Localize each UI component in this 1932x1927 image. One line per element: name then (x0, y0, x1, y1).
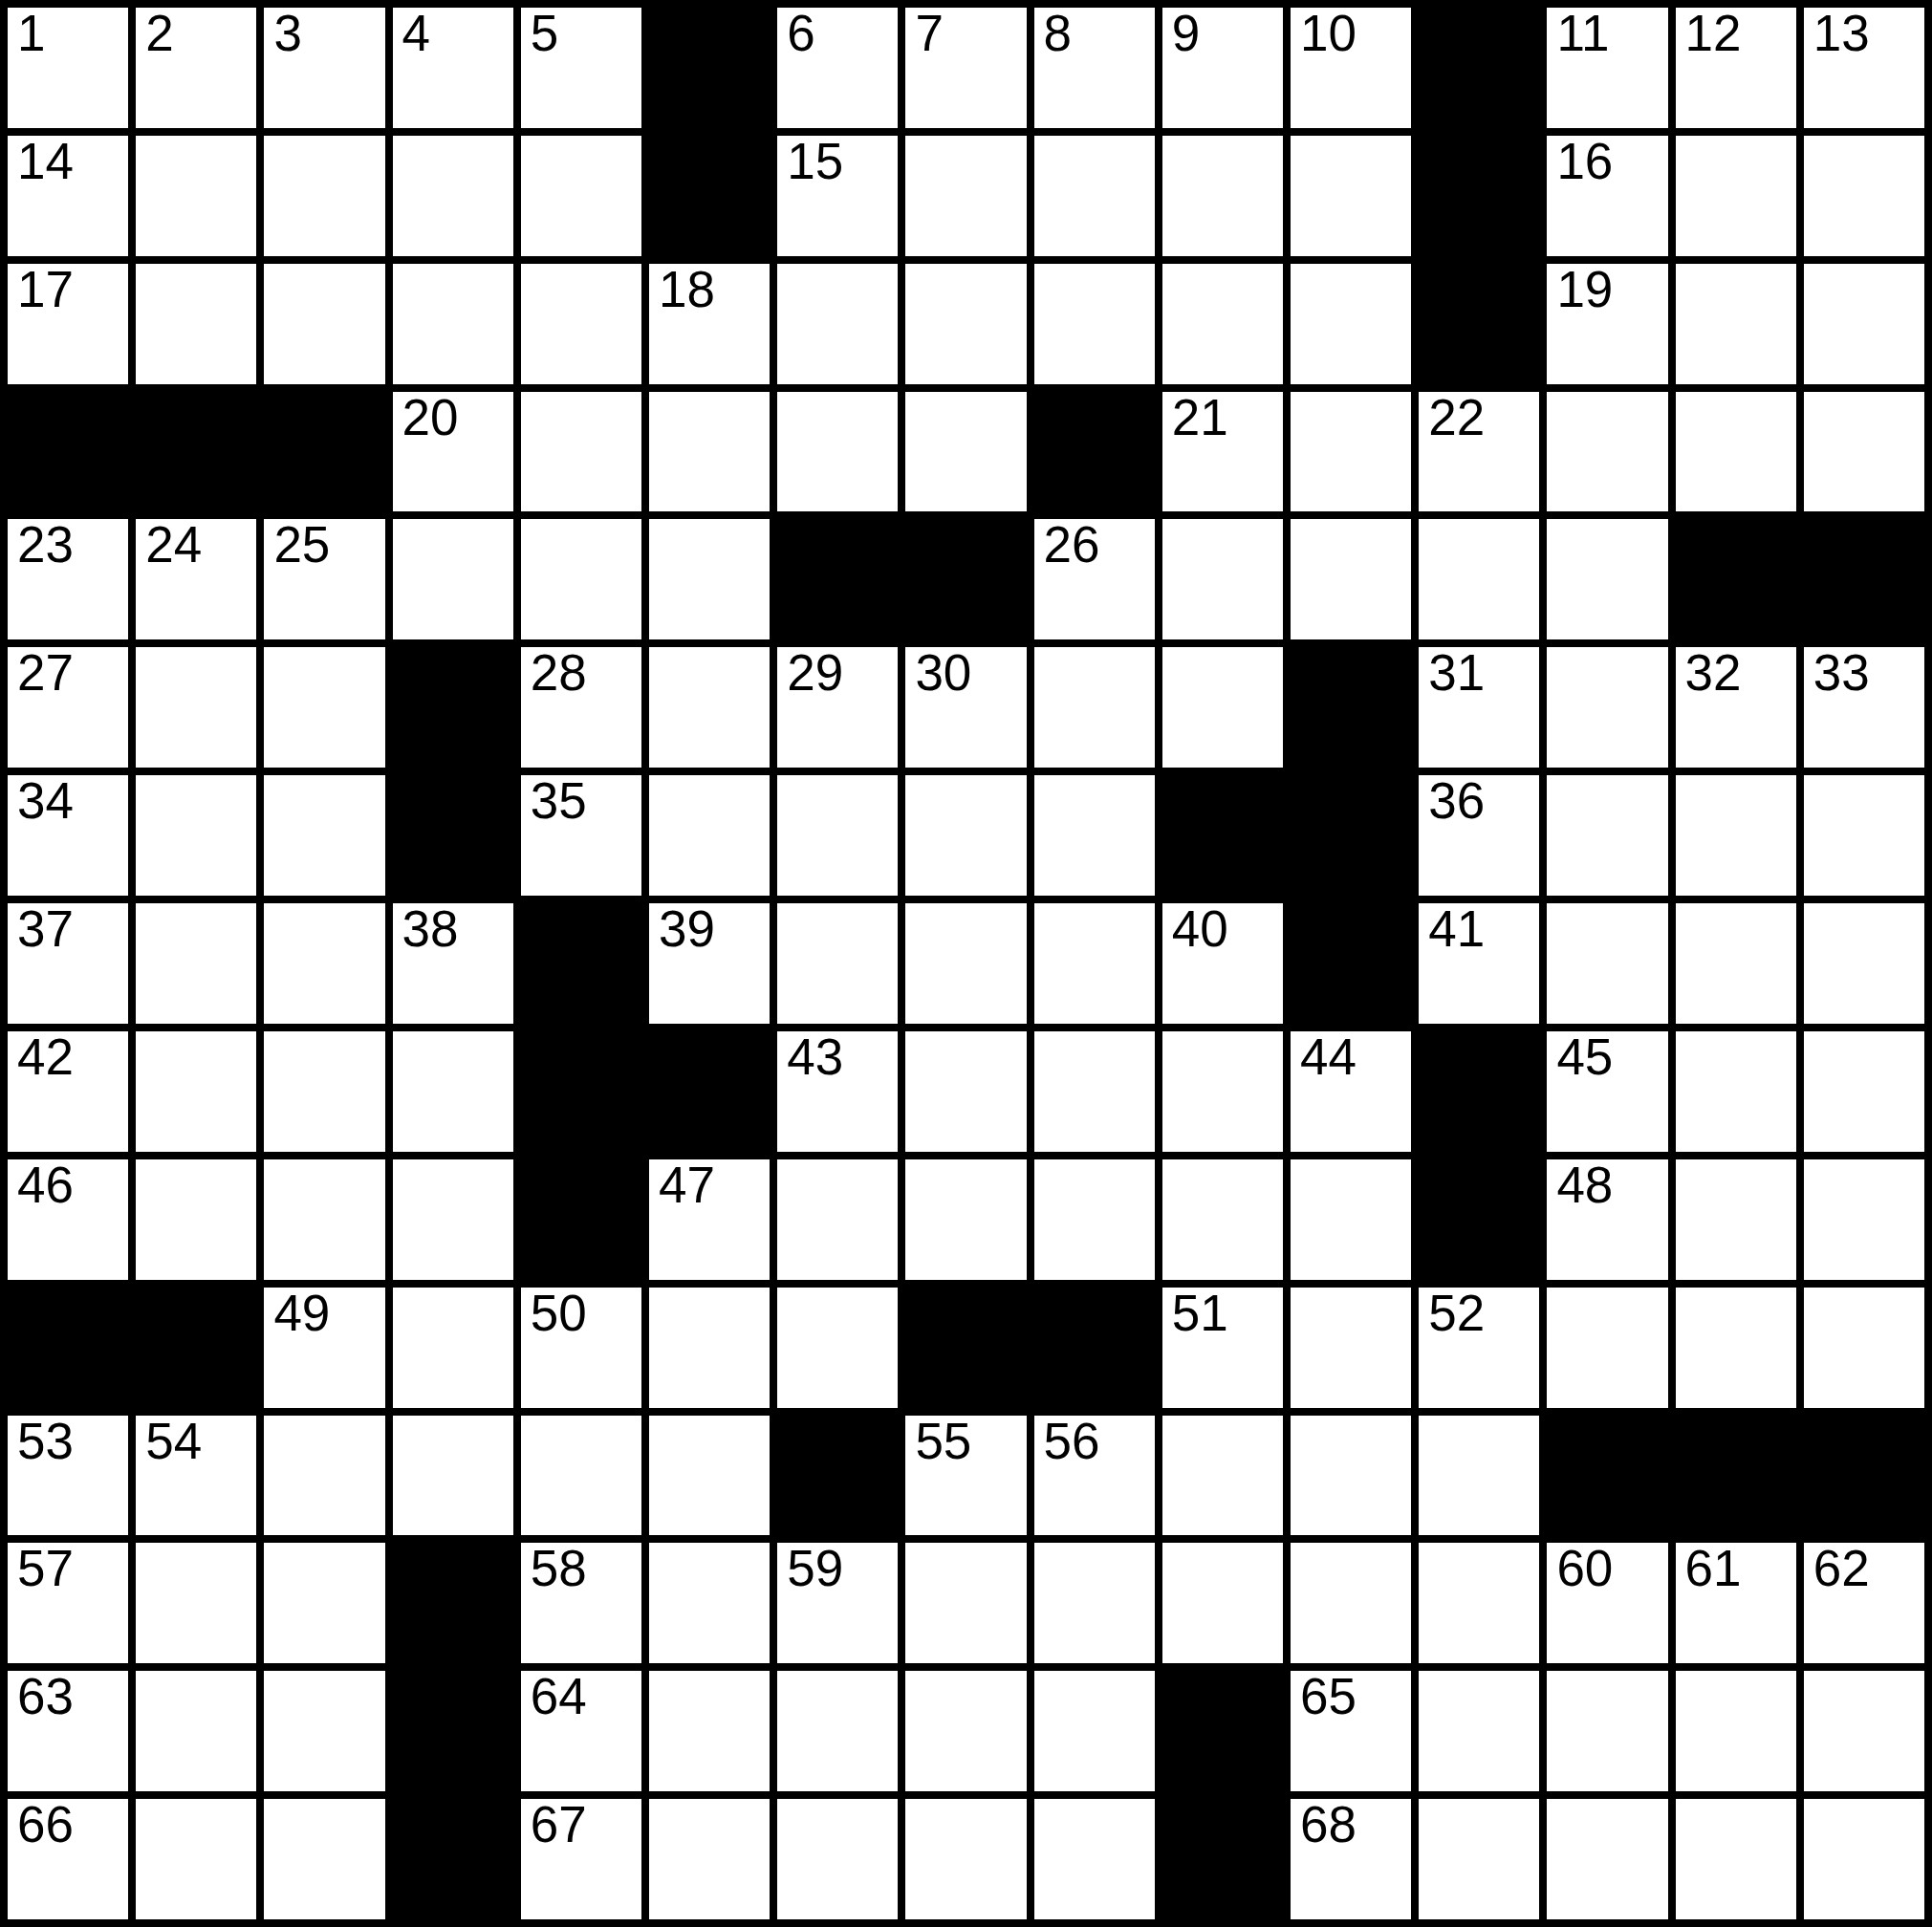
block-cell (1291, 775, 1411, 896)
letter-cell[interactable]: 42 (8, 1031, 128, 1152)
clue-number: 36 (1428, 775, 1485, 826)
letter-cell[interactable] (777, 264, 898, 384)
letter-cell[interactable] (264, 1159, 384, 1280)
letter-cell[interactable] (1547, 392, 1667, 512)
letter-cell[interactable] (905, 1031, 1026, 1152)
letter-cell[interactable]: 34 (8, 775, 128, 896)
letter-cell[interactable]: 64 (521, 1671, 641, 1791)
clue-number: 23 (17, 519, 74, 570)
block-cell (649, 1031, 770, 1152)
clue-number: 43 (787, 1031, 843, 1082)
letter-cell[interactable] (777, 1671, 898, 1791)
block-cell (1291, 647, 1411, 768)
letter-cell[interactable] (264, 647, 384, 768)
clue-number: 34 (17, 775, 74, 826)
letter-cell[interactable]: 25 (264, 519, 384, 639)
letter-cell[interactable] (1034, 1671, 1155, 1791)
letter-cell[interactable] (1162, 519, 1283, 639)
letter-cell[interactable]: 59 (777, 1543, 898, 1663)
clue-number: 59 (787, 1543, 843, 1593)
letter-cell[interactable] (1034, 775, 1155, 896)
block-cell (649, 136, 770, 256)
clue-number: 25 (273, 519, 330, 570)
clue-number: 64 (531, 1671, 587, 1721)
letter-cell[interactable] (1162, 647, 1283, 768)
block-cell (136, 392, 256, 512)
letter-cell[interactable] (393, 264, 513, 384)
letter-cell[interactable]: 7 (905, 8, 1026, 128)
letter-cell[interactable] (1547, 1288, 1667, 1408)
clue-number: 20 (402, 392, 459, 443)
clue-number: 66 (17, 1799, 74, 1850)
block-cell (1419, 264, 1539, 384)
letter-cell[interactable] (1547, 775, 1667, 896)
block-cell (905, 1288, 1026, 1408)
letter-cell[interactable]: 68 (1291, 1799, 1411, 1919)
clue-number: 37 (17, 903, 74, 954)
block-cell (393, 1543, 513, 1663)
letter-cell[interactable] (1804, 1671, 1924, 1791)
letter-cell[interactable]: 61 (1676, 1543, 1796, 1663)
block-cell (905, 519, 1026, 639)
letter-cell[interactable]: 1 (8, 8, 128, 128)
letter-cell[interactable]: 53 (8, 1416, 128, 1536)
clue-number: 10 (1300, 8, 1357, 58)
letter-cell[interactable] (393, 1416, 513, 1536)
letter-cell[interactable]: 62 (1804, 1543, 1924, 1663)
letter-cell[interactable]: 23 (8, 519, 128, 639)
clue-number: 32 (1685, 647, 1742, 698)
letter-cell[interactable] (1162, 1159, 1283, 1280)
letter-cell[interactable] (905, 1159, 1026, 1280)
letter-cell[interactable] (1291, 1416, 1411, 1536)
letter-cell[interactable] (1291, 136, 1411, 256)
letter-cell[interactable] (905, 1671, 1026, 1791)
letter-cell[interactable]: 5 (521, 8, 641, 128)
letter-cell[interactable] (521, 264, 641, 384)
clue-number: 1 (17, 8, 45, 58)
clue-number: 16 (1556, 136, 1613, 186)
letter-cell[interactable]: 2 (136, 8, 256, 128)
letter-cell[interactable] (521, 519, 641, 639)
letter-cell[interactable]: 56 (1034, 1416, 1155, 1536)
block-cell (777, 519, 898, 639)
letter-cell[interactable]: 60 (1547, 1543, 1667, 1663)
letter-cell[interactable] (1547, 1671, 1667, 1791)
letter-cell[interactable] (777, 1288, 898, 1408)
clue-number: 31 (1428, 647, 1485, 698)
letter-cell[interactable]: 20 (393, 392, 513, 512)
letter-cell[interactable] (905, 1543, 1026, 1663)
block-cell (521, 903, 641, 1024)
letter-cell[interactable] (1291, 264, 1411, 384)
letter-cell[interactable] (649, 519, 770, 639)
clue-number: 67 (531, 1799, 587, 1850)
block-cell (8, 1288, 128, 1408)
letter-cell[interactable] (1162, 136, 1283, 256)
letter-cell[interactable]: 49 (264, 1288, 384, 1408)
clue-number: 38 (402, 903, 459, 954)
letter-cell[interactable] (1676, 1799, 1796, 1919)
clue-number: 41 (1428, 903, 1485, 954)
crossword-grid: 1234567891011121314151617181920212223242… (0, 0, 1932, 1927)
clue-number: 42 (17, 1031, 74, 1082)
clue-number: 17 (17, 264, 74, 314)
letter-cell[interactable]: 10 (1291, 8, 1411, 128)
letter-cell[interactable] (136, 136, 256, 256)
letter-cell[interactable] (1162, 1416, 1283, 1536)
letter-cell[interactable] (264, 775, 384, 896)
letter-cell[interactable]: 37 (8, 903, 128, 1024)
letter-cell[interactable] (1034, 1799, 1155, 1919)
letter-cell[interactable]: 36 (1419, 775, 1539, 896)
letter-cell[interactable]: 55 (905, 1416, 1026, 1536)
letter-cell[interactable]: 27 (8, 647, 128, 768)
clue-number: 12 (1685, 8, 1742, 58)
letter-cell[interactable] (1034, 1543, 1155, 1663)
clue-number: 19 (1556, 264, 1613, 314)
block-cell (1162, 775, 1283, 896)
letter-cell[interactable]: 31 (1419, 647, 1539, 768)
block-cell (1291, 903, 1411, 1024)
block-cell (393, 647, 513, 768)
letter-cell[interactable]: 33 (1804, 647, 1924, 768)
block-cell (649, 8, 770, 128)
letter-cell[interactable] (905, 903, 1026, 1024)
letter-cell[interactable] (393, 1031, 513, 1152)
letter-cell[interactable] (905, 1799, 1026, 1919)
letter-cell[interactable] (136, 264, 256, 384)
block-cell (777, 1416, 898, 1536)
letter-cell[interactable] (905, 392, 1026, 512)
letter-cell[interactable] (777, 392, 898, 512)
clue-number: 63 (17, 1671, 74, 1721)
letter-cell[interactable] (1419, 1799, 1539, 1919)
clue-number: 27 (17, 647, 74, 698)
letter-cell[interactable] (1162, 1543, 1283, 1663)
clue-number: 68 (1300, 1799, 1357, 1850)
letter-cell[interactable]: 19 (1547, 264, 1667, 384)
letter-cell[interactable]: 52 (1419, 1288, 1539, 1408)
letter-cell[interactable]: 46 (8, 1159, 128, 1280)
letter-cell[interactable]: 28 (521, 647, 641, 768)
letter-cell[interactable] (1676, 136, 1796, 256)
clue-number: 39 (659, 903, 715, 954)
letter-cell[interactable]: 29 (777, 647, 898, 768)
clue-number: 45 (1556, 1031, 1613, 1082)
letter-cell[interactable] (136, 775, 256, 896)
clue-number: 3 (273, 8, 301, 58)
letter-cell[interactable] (649, 1288, 770, 1408)
clue-number: 55 (915, 1416, 971, 1466)
letter-cell[interactable] (1676, 1031, 1796, 1152)
block-cell (1162, 1671, 1283, 1791)
letter-cell[interactable] (1291, 392, 1411, 512)
letter-cell[interactable]: 45 (1547, 1031, 1667, 1152)
letter-cell[interactable] (649, 1543, 770, 1663)
letter-cell[interactable] (1419, 1543, 1539, 1663)
letter-cell[interactable] (1034, 264, 1155, 384)
letter-cell[interactable]: 67 (521, 1799, 641, 1919)
letter-cell[interactable] (1291, 1543, 1411, 1663)
block-cell (1419, 136, 1539, 256)
block-cell (136, 1288, 256, 1408)
letter-cell[interactable] (1676, 903, 1796, 1024)
letter-cell[interactable] (136, 1031, 256, 1152)
clue-number: 57 (17, 1543, 74, 1593)
letter-cell[interactable] (1034, 1159, 1155, 1280)
clue-number: 9 (1172, 8, 1200, 58)
block-cell (1676, 1416, 1796, 1536)
letter-cell[interactable] (521, 1416, 641, 1536)
letter-cell[interactable] (1034, 1031, 1155, 1152)
letter-cell[interactable]: 12 (1676, 8, 1796, 128)
letter-cell[interactable] (1804, 1031, 1924, 1152)
letter-cell[interactable]: 41 (1419, 903, 1539, 1024)
letter-cell[interactable]: 9 (1162, 8, 1283, 128)
letter-cell[interactable] (1034, 136, 1155, 256)
letter-cell[interactable]: 58 (521, 1543, 641, 1663)
letter-cell[interactable]: 8 (1034, 8, 1155, 128)
letter-cell[interactable] (1162, 264, 1283, 384)
letter-cell[interactable] (264, 1031, 384, 1152)
clue-number: 51 (1172, 1288, 1228, 1338)
letter-cell[interactable] (1676, 775, 1796, 896)
letter-cell[interactable]: 54 (136, 1416, 256, 1536)
letter-cell[interactable]: 22 (1419, 392, 1539, 512)
letter-cell[interactable]: 39 (649, 903, 770, 1024)
letter-cell[interactable] (1676, 1288, 1796, 1408)
block-cell (1547, 1416, 1667, 1536)
letter-cell[interactable] (905, 264, 1026, 384)
clue-number: 24 (145, 519, 202, 570)
letter-cell[interactable] (905, 775, 1026, 896)
letter-cell[interactable] (777, 775, 898, 896)
letter-cell[interactable] (1419, 1671, 1539, 1791)
block-cell (1676, 519, 1796, 639)
letter-cell[interactable] (1547, 519, 1667, 639)
clue-number: 4 (402, 8, 430, 58)
clue-number: 40 (1172, 903, 1228, 954)
clue-number: 44 (1300, 1031, 1357, 1082)
letter-cell[interactable]: 48 (1547, 1159, 1667, 1280)
block-cell (393, 1799, 513, 1919)
letter-cell[interactable] (777, 1159, 898, 1280)
letter-cell[interactable] (1804, 1799, 1924, 1919)
letter-cell[interactable]: 38 (393, 903, 513, 1024)
letter-cell[interactable]: 43 (777, 1031, 898, 1152)
letter-cell[interactable] (777, 1799, 898, 1919)
letter-cell[interactable]: 57 (8, 1543, 128, 1663)
letter-cell[interactable]: 44 (1291, 1031, 1411, 1152)
block-cell (1034, 392, 1155, 512)
letter-cell[interactable] (1804, 903, 1924, 1024)
letter-cell[interactable] (1291, 519, 1411, 639)
letter-cell[interactable] (264, 1671, 384, 1791)
letter-cell[interactable]: 47 (649, 1159, 770, 1280)
letter-cell[interactable]: 51 (1162, 1288, 1283, 1408)
letter-cell[interactable]: 30 (905, 647, 1026, 768)
letter-cell[interactable] (264, 1416, 384, 1536)
block-cell (1419, 1031, 1539, 1152)
letter-cell[interactable] (649, 1416, 770, 1536)
clue-number: 28 (531, 647, 587, 698)
letter-cell[interactable] (393, 1159, 513, 1280)
letter-cell[interactable] (1676, 392, 1796, 512)
clue-number: 52 (1428, 1288, 1485, 1338)
letter-cell[interactable]: 6 (777, 8, 898, 128)
clue-number: 61 (1685, 1543, 1742, 1593)
letter-cell[interactable]: 32 (1676, 647, 1796, 768)
letter-cell[interactable] (393, 136, 513, 256)
letter-cell[interactable] (649, 1671, 770, 1791)
letter-cell[interactable] (136, 1159, 256, 1280)
block-cell (1804, 519, 1924, 639)
clue-number: 35 (531, 775, 587, 826)
block-cell (1419, 8, 1539, 128)
letter-cell[interactable] (1804, 775, 1924, 896)
letter-cell[interactable] (1804, 1288, 1924, 1408)
letter-cell[interactable]: 15 (777, 136, 898, 256)
clue-number: 11 (1556, 8, 1609, 58)
letter-cell[interactable]: 50 (521, 1288, 641, 1408)
letter-cell[interactable] (136, 1543, 256, 1663)
letter-cell[interactable]: 65 (1291, 1671, 1411, 1791)
letter-cell[interactable]: 40 (1162, 903, 1283, 1024)
clue-number: 30 (915, 647, 971, 698)
clue-number: 62 (1813, 1543, 1870, 1593)
block-cell (1162, 1799, 1283, 1919)
clue-number: 65 (1300, 1671, 1357, 1721)
letter-cell[interactable]: 3 (264, 8, 384, 128)
letter-cell[interactable] (264, 1799, 384, 1919)
letter-cell[interactable] (1291, 1159, 1411, 1280)
clue-number: 7 (915, 8, 943, 58)
letter-cell[interactable] (649, 647, 770, 768)
letter-cell[interactable] (777, 903, 898, 1024)
clue-number: 18 (659, 264, 715, 314)
letter-cell[interactable] (136, 903, 256, 1024)
letter-cell[interactable]: 66 (8, 1799, 128, 1919)
letter-cell[interactable]: 24 (136, 519, 256, 639)
clue-number: 2 (145, 8, 173, 58)
letter-cell[interactable] (1162, 1031, 1283, 1152)
letter-cell[interactable] (521, 136, 641, 256)
block-cell (393, 1671, 513, 1791)
letter-cell[interactable]: 16 (1547, 136, 1667, 256)
clue-number: 13 (1813, 8, 1870, 58)
letter-cell[interactable] (1676, 1671, 1796, 1791)
clue-number: 33 (1813, 647, 1870, 698)
clue-number: 8 (1044, 8, 1072, 58)
letter-cell[interactable] (905, 136, 1026, 256)
block-cell (1034, 1288, 1155, 1408)
block-cell (521, 1159, 641, 1280)
letter-cell[interactable] (1547, 1799, 1667, 1919)
letter-cell[interactable] (264, 136, 384, 256)
letter-cell[interactable]: 21 (1162, 392, 1283, 512)
clue-number: 6 (787, 8, 814, 58)
letter-cell[interactable]: 17 (8, 264, 128, 384)
block-cell (521, 1031, 641, 1152)
letter-cell[interactable] (1676, 264, 1796, 384)
letter-cell[interactable]: 35 (521, 775, 641, 896)
letter-cell[interactable] (1547, 647, 1667, 768)
clue-number: 22 (1428, 392, 1485, 443)
letter-cell[interactable] (1034, 903, 1155, 1024)
clue-number: 50 (531, 1288, 587, 1338)
letter-cell[interactable] (1419, 1416, 1539, 1536)
letter-cell[interactable] (1419, 519, 1539, 639)
letter-cell[interactable] (649, 392, 770, 512)
letter-cell[interactable] (1804, 1159, 1924, 1280)
letter-cell[interactable]: 4 (393, 8, 513, 128)
clue-number: 54 (145, 1416, 202, 1466)
letter-cell[interactable] (1804, 392, 1924, 512)
letter-cell[interactable] (649, 775, 770, 896)
clue-number: 5 (531, 8, 558, 58)
letter-cell[interactable]: 11 (1547, 8, 1667, 128)
block-cell (8, 392, 128, 512)
letter-cell[interactable]: 13 (1804, 8, 1924, 128)
clue-number: 48 (1556, 1159, 1613, 1210)
block-cell (264, 392, 384, 512)
letter-cell[interactable] (1034, 647, 1155, 768)
clue-number: 26 (1044, 519, 1100, 570)
letter-cell[interactable] (136, 647, 256, 768)
clue-number: 60 (1556, 1543, 1613, 1593)
letter-cell[interactable] (393, 519, 513, 639)
block-cell (1804, 1416, 1924, 1536)
letter-cell[interactable]: 14 (8, 136, 128, 256)
clue-number: 58 (531, 1543, 587, 1593)
clue-number: 56 (1044, 1416, 1100, 1466)
letter-cell[interactable] (264, 1543, 384, 1663)
clue-number: 46 (17, 1159, 74, 1210)
letter-cell[interactable] (1291, 1288, 1411, 1408)
letter-cell[interactable]: 63 (8, 1671, 128, 1791)
letter-cell[interactable] (393, 1288, 513, 1408)
clue-number: 14 (17, 136, 74, 186)
letter-cell[interactable] (649, 1799, 770, 1919)
block-cell (1419, 1159, 1539, 1280)
clue-number: 49 (273, 1288, 330, 1338)
clue-number: 53 (17, 1416, 74, 1466)
clue-number: 15 (787, 136, 843, 186)
letter-cell[interactable] (1804, 136, 1924, 256)
block-cell (393, 775, 513, 896)
letter-cell[interactable] (521, 392, 641, 512)
clue-number: 29 (787, 647, 843, 698)
letter-cell[interactable] (136, 1799, 256, 1919)
clue-number: 21 (1172, 392, 1228, 443)
letter-cell[interactable] (264, 264, 384, 384)
letter-cell[interactable]: 26 (1034, 519, 1155, 639)
letter-cell[interactable] (1804, 264, 1924, 384)
letter-cell[interactable] (1547, 903, 1667, 1024)
letter-cell[interactable] (264, 903, 384, 1024)
letter-cell[interactable] (136, 1671, 256, 1791)
clue-number: 47 (659, 1159, 715, 1210)
letter-cell[interactable]: 18 (649, 264, 770, 384)
letter-cell[interactable] (1676, 1159, 1796, 1280)
